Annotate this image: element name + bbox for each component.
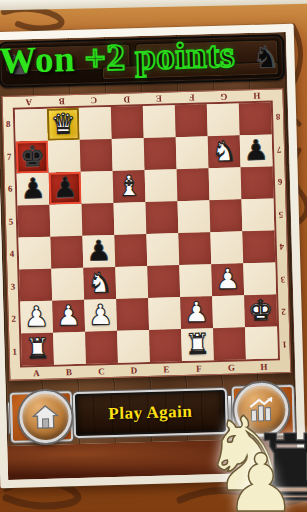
piece-white-pawn: ♟ <box>56 301 82 332</box>
square-c6[interactable] <box>81 171 114 204</box>
coord-label: C <box>77 94 110 105</box>
square-d7[interactable] <box>112 138 145 171</box>
home-icon <box>31 404 60 431</box>
square-f3[interactable] <box>179 264 212 297</box>
play-again-button[interactable]: Play Again <box>73 388 228 438</box>
piece-white-pawn: ♟ <box>24 302 50 333</box>
square-e3[interactable] <box>147 265 180 298</box>
square-g3[interactable]: ♟ <box>211 263 244 296</box>
square-d2[interactable] <box>116 298 149 331</box>
piece-white-knight: ♞ <box>87 268 113 299</box>
square-c5[interactable] <box>82 203 115 236</box>
coord-label: 6 <box>275 165 286 198</box>
square-c7[interactable] <box>80 139 113 172</box>
coord-label: D <box>110 94 143 105</box>
photo-frame: ♞ ♞ Won +2 points ABCDEFGH 87654321 ♛♚♞♟… <box>0 24 306 488</box>
piece-white-rook: ♜ <box>185 329 211 360</box>
square-g2[interactable] <box>212 295 245 328</box>
square-h8[interactable] <box>239 102 272 135</box>
square-f4[interactable] <box>178 232 211 265</box>
square-e4[interactable] <box>146 233 179 266</box>
board-grid: ♛♚♞♟♟♟♝♟♞♟♟♟♟♟♚♜♜ <box>13 100 280 367</box>
square-e5[interactable] <box>145 201 178 234</box>
square-c3[interactable]: ♞ <box>83 267 116 300</box>
square-b1[interactable] <box>53 332 86 365</box>
square-h3[interactable] <box>243 262 276 295</box>
square-h6[interactable] <box>241 166 274 199</box>
square-g8[interactable] <box>207 103 240 136</box>
square-c2[interactable]: ♟ <box>84 299 117 332</box>
square-d4[interactable] <box>114 234 147 267</box>
coord-label: H <box>240 90 273 101</box>
square-a2[interactable]: ♟ <box>20 301 53 334</box>
square-a7[interactable]: ♚ <box>16 141 49 174</box>
square-b4[interactable] <box>50 236 83 269</box>
screen-background: ♞ ♞ Won +2 points ABCDEFGH 87654321 ♛♚♞♟… <box>0 0 307 512</box>
square-e6[interactable] <box>145 169 178 202</box>
coord-label: H <box>248 361 281 372</box>
coord-label: A <box>20 368 53 379</box>
coord-label: 3 <box>277 263 288 296</box>
square-b5[interactable] <box>50 204 83 237</box>
square-g7[interactable]: ♞ <box>208 135 241 168</box>
square-f6[interactable] <box>177 168 210 201</box>
piece-white-king: ♚ <box>248 296 274 327</box>
coord-label: F <box>183 363 216 374</box>
coord-label: E <box>142 93 175 104</box>
square-g4[interactable] <box>210 231 243 264</box>
square-c4[interactable]: ♟ <box>82 235 115 268</box>
points-text: +2 points <box>84 33 235 78</box>
square-d1[interactable] <box>117 330 150 363</box>
stats-icon <box>247 396 276 423</box>
square-h7[interactable]: ♟ <box>240 134 273 167</box>
square-d3[interactable] <box>115 266 148 299</box>
square-g1[interactable] <box>213 327 246 360</box>
piece-white-knight: ♞ <box>211 136 237 167</box>
coord-label: E <box>150 364 183 375</box>
piece-black-king: ♚ <box>19 142 45 173</box>
won-banner: Won +2 points <box>0 33 235 82</box>
piece-black-pawn: ♟ <box>86 236 112 267</box>
square-a4[interactable] <box>18 237 51 270</box>
square-c1[interactable] <box>85 331 118 364</box>
coord-label: 4 <box>276 230 287 263</box>
square-h1[interactable] <box>245 326 278 359</box>
square-a8[interactable] <box>15 109 48 142</box>
square-e1[interactable] <box>149 329 182 362</box>
coord-label: B <box>45 95 78 106</box>
piece-white-bishop: ♝ <box>116 171 142 202</box>
piece-white-pawn: ♟ <box>215 264 241 295</box>
square-a3[interactable] <box>19 269 52 302</box>
coord-label: G <box>207 91 240 102</box>
piece-white-pawn: ♟ <box>184 297 210 328</box>
square-b2[interactable]: ♟ <box>52 300 85 333</box>
coord-label: A <box>13 96 46 107</box>
square-h2[interactable]: ♚ <box>244 294 277 327</box>
coord-label: C <box>85 366 118 377</box>
coord-label: D <box>118 365 151 376</box>
square-b6[interactable]: ♟ <box>49 172 82 205</box>
piece-black-pawn: ♟ <box>20 174 46 205</box>
square-g5[interactable] <box>209 199 242 232</box>
coord-label: F <box>175 92 208 103</box>
coord-label: 5 <box>275 198 286 231</box>
square-f5[interactable] <box>177 200 210 233</box>
square-f1[interactable]: ♜ <box>181 328 214 361</box>
coord-label: 2 <box>278 295 289 328</box>
square-f7[interactable] <box>176 136 209 169</box>
piece-white-queen: ♛ <box>50 109 76 140</box>
coord-label: B <box>53 367 86 378</box>
square-d5[interactable] <box>114 202 147 235</box>
coord-label: 1 <box>279 328 290 361</box>
coord-label: 7 <box>274 133 285 166</box>
page-corner-sliver <box>0 0 307 10</box>
square-f8[interactable] <box>175 104 208 137</box>
square-f2[interactable]: ♟ <box>180 296 213 329</box>
board-frame: ABCDEFGH 87654321 ♛♚♞♟♟♟♝♟♞♟♟♟♟♟♚♜♜ 8765… <box>1 88 291 381</box>
won-text: Won <box>0 38 76 81</box>
button-bar: Play Again <box>7 381 297 447</box>
square-c8[interactable] <box>79 107 112 140</box>
square-g6[interactable] <box>209 167 242 200</box>
square-d6[interactable]: ♝ <box>113 170 146 203</box>
square-a6[interactable]: ♟ <box>17 173 50 206</box>
photo-content: ♞ ♞ Won +2 points ABCDEFGH 87654321 ♛♚♞♟… <box>0 32 298 480</box>
coord-label: G <box>215 362 248 373</box>
knight-icon: ♞ <box>252 40 280 75</box>
piece-white-rook: ♜ <box>25 334 51 365</box>
square-a1[interactable]: ♜ <box>21 333 54 366</box>
square-b7[interactable] <box>48 140 81 173</box>
coord-label: 8 <box>273 100 284 133</box>
square-e8[interactable] <box>143 105 176 138</box>
piece-white-pawn: ♟ <box>88 300 114 331</box>
square-d8[interactable] <box>111 106 144 139</box>
square-e7[interactable] <box>144 137 177 170</box>
square-b3[interactable] <box>51 268 84 301</box>
square-h4[interactable] <box>242 230 275 263</box>
square-h5[interactable] <box>241 198 274 231</box>
square-a5[interactable] <box>18 205 51 238</box>
wood-panel: ♞ ♞ Won +2 points ABCDEFGH 87654321 ♛♚♞♟… <box>0 32 297 446</box>
piece-black-pawn: ♟ <box>243 136 269 167</box>
play-again-label: Play Again <box>108 402 192 424</box>
piece-black-pawn: ♟ <box>52 173 78 204</box>
square-e2[interactable] <box>148 297 181 330</box>
square-b8[interactable]: ♛ <box>47 108 80 141</box>
